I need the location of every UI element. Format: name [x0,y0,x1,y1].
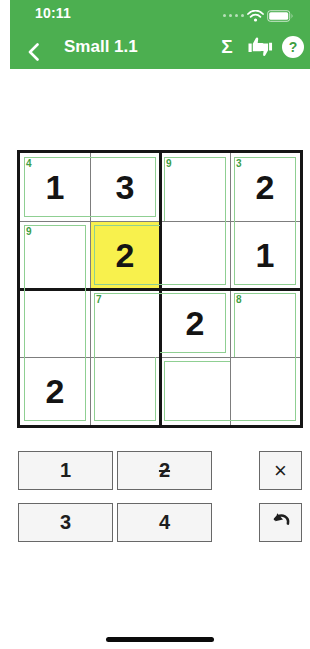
digit-button-2[interactable]: 2 [117,451,212,490]
page-title: Small 1.1 [64,37,138,57]
cell-digit: 1 [46,170,65,204]
cell-r3c2[interactable] [90,289,160,357]
delete-button[interactable]: × [259,451,302,490]
digit-button-3[interactable]: 3 [18,503,113,542]
home-indicator[interactable] [106,637,214,642]
cell-digit: 2 [186,306,205,340]
cell-digit: 2 [256,170,275,204]
header: 10:11 Small 1.1 Σ [10,0,310,69]
digit-button-4[interactable]: 4 [117,503,212,542]
status-bar: 10:11 [10,0,310,24]
cell-r4c2[interactable] [90,357,160,425]
cell-r4c3[interactable] [160,357,230,425]
undo-icon [269,510,293,535]
cell-r3c4[interactable] [230,289,300,357]
cell-digit: 2 [46,374,65,408]
cell-r3c3[interactable]: 2 [160,289,230,357]
cell-r2c3[interactable] [160,221,230,289]
grid-line [20,288,300,291]
cellular-signal-icon [223,14,244,17]
cell-r1c4[interactable]: 2 [230,153,300,221]
cell-r1c2[interactable]: 3 [90,153,160,221]
app-screen: 10:11 Small 1.1 Σ [10,0,310,649]
help-button[interactable]: ? [282,36,304,58]
board-inner: 1322122493978 [20,153,300,425]
cell-r2c2[interactable]: 2 [90,221,160,289]
cell-r2c4[interactable]: 1 [230,221,300,289]
sudoku-board: 1322122493978 [17,150,303,428]
sum-sigma-button[interactable]: Σ [214,34,240,60]
cell-digit: 1 [256,238,275,272]
back-button[interactable] [20,39,46,65]
cell-r4c1[interactable]: 2 [20,357,90,425]
cell-digit: 3 [116,170,135,204]
nav-bar: Small 1.1 Σ ? [10,24,310,69]
cell-r4c4[interactable] [230,357,300,425]
cell-r2c1[interactable] [20,221,90,289]
cell-r1c1[interactable]: 1 [20,153,90,221]
cell-digit: 2 [116,238,135,272]
cell-r1c3[interactable] [160,153,230,221]
digit-button-1[interactable]: 1 [18,451,113,490]
thumbs-rating-button[interactable] [246,34,274,60]
clock-time: 10:11 [35,5,71,21]
undo-button[interactable] [259,503,302,542]
cell-r3c1[interactable] [20,289,90,357]
